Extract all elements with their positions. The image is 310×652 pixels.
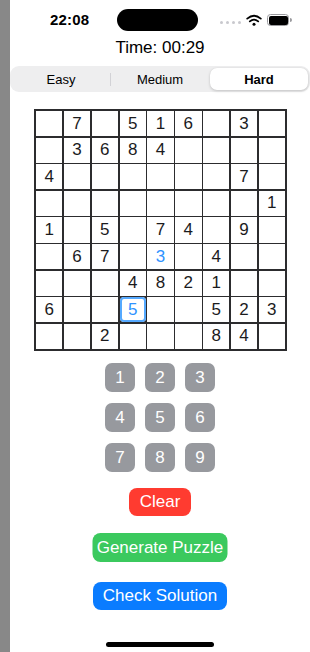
sudoku-cell-r1c6[interactable]: 6 xyxy=(175,111,201,136)
sudoku-cell-r8c1[interactable]: 6 xyxy=(36,297,62,322)
sudoku-board: 751633684471157496734482165523284 xyxy=(34,109,287,351)
sudoku-cell-r9c4[interactable] xyxy=(120,324,146,349)
sudoku-cell-r3c1[interactable]: 4 xyxy=(36,164,62,189)
sudoku-cell-r5c4[interactable] xyxy=(120,217,146,242)
sudoku-cell-r8c3[interactable] xyxy=(92,297,118,322)
sudoku-cell-r7c9[interactable] xyxy=(259,271,285,296)
sudoku-cell-r9c8[interactable]: 4 xyxy=(231,324,257,349)
sudoku-cell-r7c4[interactable]: 4 xyxy=(120,271,146,296)
sudoku-cell-r3c8[interactable]: 7 xyxy=(231,164,257,189)
sudoku-cell-r2c3[interactable]: 6 xyxy=(92,138,118,163)
sudoku-cell-r1c4[interactable]: 5 xyxy=(120,111,146,136)
sudoku-cell-r2c7[interactable] xyxy=(203,138,229,163)
sudoku-cell-r8c4[interactable]: 5 xyxy=(120,297,146,322)
sudoku-cell-r6c9[interactable] xyxy=(259,244,285,269)
numpad-button-7[interactable]: 7 xyxy=(105,443,135,472)
sudoku-cell-r9c5[interactable] xyxy=(147,324,173,349)
sudoku-cell-r2c8[interactable] xyxy=(231,138,257,163)
sudoku-cell-r6c4[interactable] xyxy=(120,244,146,269)
sudoku-cell-r6c1[interactable] xyxy=(36,244,62,269)
sudoku-cell-r5c8[interactable]: 9 xyxy=(231,217,257,242)
sudoku-cell-r9c7[interactable]: 8 xyxy=(203,324,229,349)
sudoku-cell-r2c4[interactable]: 8 xyxy=(120,138,146,163)
sudoku-cell-r4c8[interactable] xyxy=(231,191,257,216)
tab-medium[interactable]: Medium xyxy=(111,68,209,90)
sudoku-cell-r7c5[interactable]: 8 xyxy=(147,271,173,296)
sudoku-cell-r4c2[interactable] xyxy=(64,191,90,216)
sudoku-cell-r8c5[interactable] xyxy=(147,297,173,322)
sudoku-cell-r5c9[interactable] xyxy=(259,217,285,242)
battery-icon xyxy=(267,14,292,26)
sudoku-cell-r4c5[interactable] xyxy=(147,191,173,216)
sudoku-cell-r3c9[interactable] xyxy=(259,164,285,189)
timer-label: Time: 00:29 xyxy=(10,38,310,58)
sudoku-cell-r6c2[interactable]: 6 xyxy=(64,244,90,269)
app-screen: 22:08 Time: 00:29 Easy Medium Hard 75163… xyxy=(10,0,310,652)
sudoku-cell-r6c6[interactable] xyxy=(175,244,201,269)
sudoku-cell-r5c2[interactable] xyxy=(64,217,90,242)
sudoku-cell-r1c9[interactable] xyxy=(259,111,285,136)
number-pad: 123456789 xyxy=(105,363,215,472)
sudoku-cell-r1c3[interactable] xyxy=(92,111,118,136)
sudoku-cell-r8c8[interactable]: 2 xyxy=(231,297,257,322)
status-bar: 22:08 xyxy=(10,0,310,36)
sudoku-cell-r6c5[interactable]: 3 xyxy=(147,244,173,269)
numpad-button-6[interactable]: 6 xyxy=(185,403,215,432)
sudoku-cell-r9c9[interactable] xyxy=(259,324,285,349)
clear-button[interactable]: Clear xyxy=(129,488,191,516)
status-clock: 22:08 xyxy=(50,11,89,28)
sudoku-cell-r2c1[interactable] xyxy=(36,138,62,163)
sudoku-cell-r8c2[interactable] xyxy=(64,297,90,322)
sudoku-cell-r7c2[interactable] xyxy=(64,271,90,296)
sudoku-cell-r7c7[interactable]: 1 xyxy=(203,271,229,296)
sudoku-cell-r3c4[interactable] xyxy=(120,164,146,189)
wifi-icon xyxy=(246,14,262,26)
sudoku-cell-r6c7[interactable]: 4 xyxy=(203,244,229,269)
sudoku-cell-r8c7[interactable]: 5 xyxy=(203,297,229,322)
sudoku-cell-r7c3[interactable] xyxy=(92,271,118,296)
sudoku-cell-r2c2[interactable]: 3 xyxy=(64,138,90,163)
sudoku-cell-r2c9[interactable] xyxy=(259,138,285,163)
sudoku-cell-r3c6[interactable] xyxy=(175,164,201,189)
numpad-button-9[interactable]: 9 xyxy=(185,443,215,472)
sudoku-cell-r5c7[interactable] xyxy=(203,217,229,242)
sudoku-cell-r1c7[interactable] xyxy=(203,111,229,136)
numpad-button-1[interactable]: 1 xyxy=(105,363,135,392)
generate-puzzle-button[interactable]: Generate Puzzle xyxy=(93,533,228,562)
sudoku-cell-r4c4[interactable] xyxy=(120,191,146,216)
numpad-button-4[interactable]: 4 xyxy=(105,403,135,432)
home-indicator[interactable] xyxy=(106,642,214,647)
sudoku-cell-r1c5[interactable]: 1 xyxy=(147,111,173,136)
sudoku-cell-r9c3[interactable]: 2 xyxy=(92,324,118,349)
sudoku-cell-r5c6[interactable]: 4 xyxy=(175,217,201,242)
difficulty-segmented-control: Easy Medium Hard xyxy=(10,66,310,92)
sudoku-cell-r7c1[interactable] xyxy=(36,271,62,296)
sudoku-cell-r7c6[interactable]: 2 xyxy=(175,271,201,296)
status-icons xyxy=(220,12,292,28)
sudoku-cell-r4c1[interactable] xyxy=(36,191,62,216)
tab-easy[interactable]: Easy xyxy=(12,68,110,90)
sudoku-cell-r4c7[interactable] xyxy=(203,191,229,216)
numpad-button-3[interactable]: 3 xyxy=(185,363,215,392)
tab-hard[interactable]: Hard xyxy=(210,68,308,90)
sudoku-cell-r9c1[interactable] xyxy=(36,324,62,349)
check-solution-button[interactable]: Check Solution xyxy=(93,582,227,610)
sudoku-cell-r2c6[interactable] xyxy=(175,138,201,163)
sudoku-cell-r8c9[interactable]: 3 xyxy=(259,297,285,322)
sudoku-cell-r7c8[interactable] xyxy=(231,271,257,296)
dynamic-island xyxy=(117,9,198,31)
numpad-button-5[interactable]: 5 xyxy=(145,403,175,432)
sudoku-cell-r6c3[interactable]: 7 xyxy=(92,244,118,269)
sudoku-cell-r3c5[interactable] xyxy=(147,164,173,189)
sudoku-cell-r9c6[interactable] xyxy=(175,324,201,349)
sudoku-cell-r1c2[interactable]: 7 xyxy=(64,111,90,136)
sudoku-cell-r3c7[interactable] xyxy=(203,164,229,189)
numpad-button-8[interactable]: 8 xyxy=(145,443,175,472)
sudoku-cell-r1c1[interactable] xyxy=(36,111,62,136)
sudoku-cell-r9c2[interactable] xyxy=(64,324,90,349)
sudoku-cell-r5c3[interactable]: 5 xyxy=(92,217,118,242)
sudoku-cell-r3c3[interactable] xyxy=(92,164,118,189)
sudoku-cell-r4c3[interactable] xyxy=(92,191,118,216)
sudoku-cell-r2c5[interactable]: 4 xyxy=(147,138,173,163)
sudoku-cell-r4c6[interactable] xyxy=(175,191,201,216)
numpad-button-2[interactable]: 2 xyxy=(145,363,175,392)
sudoku-cell-r6c8[interactable] xyxy=(231,244,257,269)
cellular-signal-icon xyxy=(220,15,241,25)
sudoku-cell-r8c6[interactable] xyxy=(175,297,201,322)
sudoku-cell-r1c8[interactable]: 3 xyxy=(231,111,257,136)
sudoku-cell-r3c2[interactable] xyxy=(64,164,90,189)
sudoku-cell-r4c9[interactable]: 1 xyxy=(259,191,285,216)
sudoku-cell-r5c5[interactable]: 7 xyxy=(147,217,173,242)
sudoku-cell-r5c1[interactable]: 1 xyxy=(36,217,62,242)
